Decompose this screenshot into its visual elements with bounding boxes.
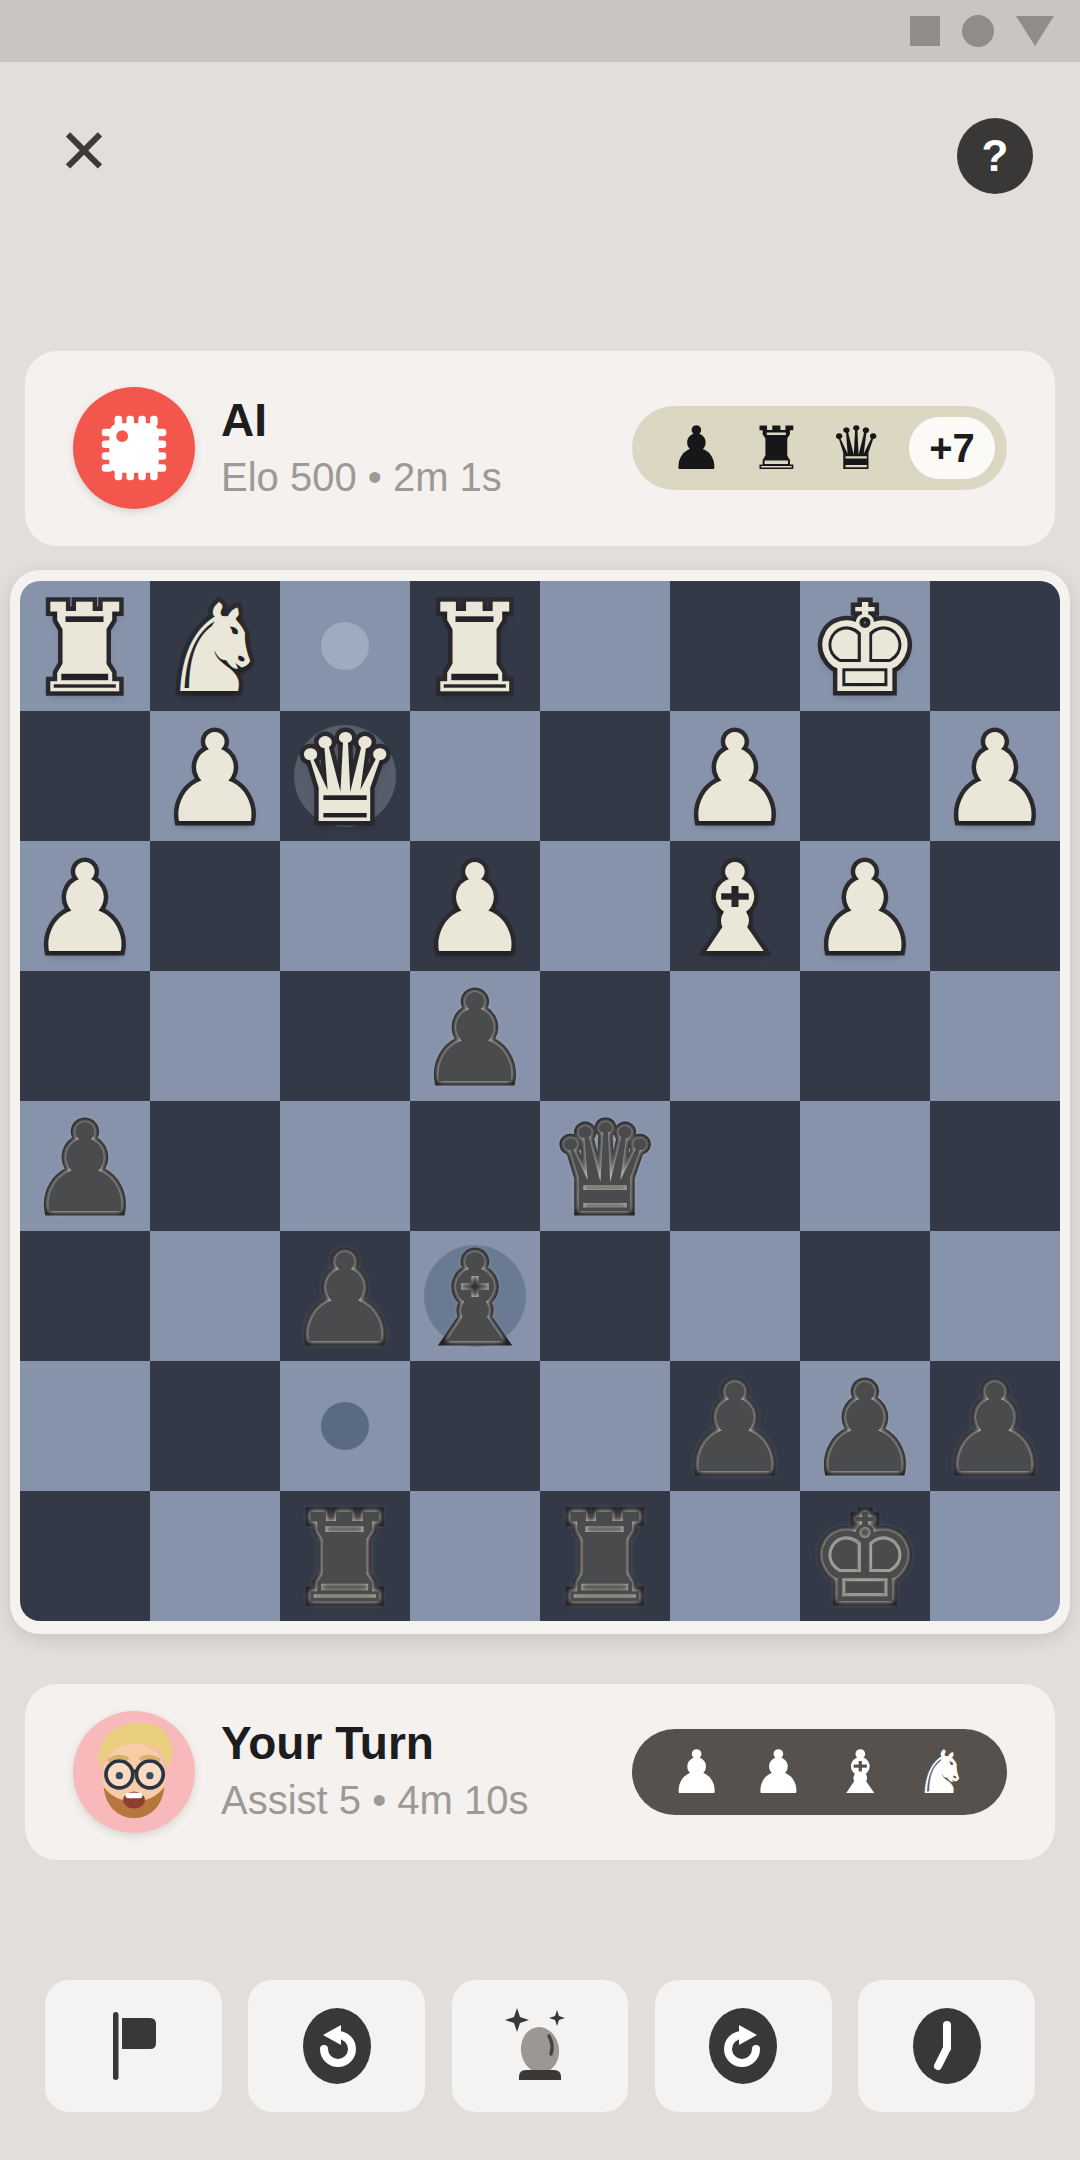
piece-white-knight[interactable]: ♞ (150, 581, 280, 711)
square-h1[interactable]: ♜ (20, 581, 150, 711)
opponent-subtitle: Elo 500 • 2m 1s (221, 455, 502, 500)
square-e5[interactable] (410, 1101, 540, 1231)
board-frame: ♜♞♜♚♟♛♟♟♟♟♝♟♟♟♛♟♝♟♟♟♜♜♚ (10, 570, 1070, 1634)
player-avatar (73, 1711, 195, 1833)
square-e2[interactable] (410, 711, 540, 841)
piece-white-rook[interactable]: ♜ (20, 581, 150, 711)
square-b4[interactable] (800, 971, 930, 1101)
square-g6[interactable] (150, 1231, 280, 1361)
square-d8[interactable]: ♜ (540, 1491, 670, 1621)
piece-white-pawn[interactable]: ♟ (670, 711, 800, 841)
square-e3[interactable]: ♟ (410, 841, 540, 971)
square-c1[interactable] (670, 581, 800, 711)
piece-white-pawn[interactable]: ♟ (410, 841, 540, 971)
piece-black-rook[interactable]: ♜ (540, 1491, 670, 1621)
piece-white-pawn[interactable]: ♟ (800, 841, 930, 971)
square-h2[interactable] (20, 711, 150, 841)
player-subtitle: Assist 5 • 4m 10s (221, 1778, 528, 1823)
square-d5[interactable]: ♛ (540, 1101, 670, 1231)
square-a7[interactable]: ♟ (930, 1361, 1060, 1491)
square-c8[interactable] (670, 1491, 800, 1621)
square-a2[interactable]: ♟ (930, 711, 1060, 841)
square-h5[interactable]: ♟ (20, 1101, 150, 1231)
captured-black-queen-icon: ♛ (829, 418, 883, 478)
square-g1[interactable]: ♞ (150, 581, 280, 711)
square-f8[interactable]: ♜ (280, 1491, 410, 1621)
square-c7[interactable]: ♟ (670, 1361, 800, 1491)
square-c4[interactable] (670, 971, 800, 1101)
square-a3[interactable] (930, 841, 1060, 971)
resign-flag-button[interactable] (45, 1980, 222, 2112)
square-f4[interactable] (280, 971, 410, 1101)
redo-icon (703, 2006, 783, 2086)
piece-white-bishop[interactable]: ♝ (670, 841, 800, 971)
square-c6[interactable] (670, 1231, 800, 1361)
square-b1[interactable]: ♚ (800, 581, 930, 711)
toolbar (45, 1980, 1035, 2112)
square-a5[interactable] (930, 1101, 1060, 1231)
clock-button[interactable] (858, 1980, 1035, 2112)
square-b7[interactable]: ♟ (800, 1361, 930, 1491)
opponent-name: AI (221, 393, 267, 447)
player-turn-label: Your Turn (221, 1716, 434, 1770)
captured-black-pawn-icon: ♟ (670, 418, 724, 478)
back-triangle-icon[interactable] (1016, 16, 1054, 46)
captured-white-pawn-icon: ♟ (670, 1742, 724, 1802)
square-h3[interactable]: ♟ (20, 841, 150, 971)
move-origin-dot-f7 (321, 1402, 369, 1450)
undo-button[interactable] (248, 1980, 425, 2112)
square-c5[interactable] (670, 1101, 800, 1231)
piece-black-rook[interactable]: ♜ (280, 1491, 410, 1621)
square-f7[interactable] (280, 1361, 410, 1491)
piece-white-king[interactable]: ♚ (800, 581, 930, 711)
square-c2[interactable]: ♟ (670, 711, 800, 841)
square-e1[interactable]: ♜ (410, 581, 540, 711)
piece-black-pawn[interactable]: ♟ (670, 1361, 800, 1491)
square-d4[interactable] (540, 971, 670, 1101)
square-g5[interactable] (150, 1101, 280, 1231)
square-h7[interactable] (20, 1361, 150, 1491)
square-g3[interactable] (150, 841, 280, 971)
crystal-ball-icon (500, 2006, 580, 2086)
square-f1[interactable] (280, 581, 410, 711)
flag-icon (93, 2006, 173, 2086)
close-button[interactable]: ✕ (52, 120, 116, 184)
square-e4[interactable]: ♟ (410, 971, 540, 1101)
square-g7[interactable] (150, 1361, 280, 1491)
captured-white-knight-icon: ♞ (915, 1742, 969, 1802)
captured-overflow-badge: +7 (909, 417, 995, 479)
piece-black-king[interactable]: ♚ (800, 1491, 930, 1621)
home-circle-icon[interactable] (962, 15, 994, 47)
piece-white-rook[interactable]: ♜ (410, 581, 540, 711)
piece-black-pawn[interactable]: ♟ (20, 1101, 150, 1231)
square-a6[interactable] (930, 1231, 1060, 1361)
square-f3[interactable] (280, 841, 410, 971)
piece-black-pawn[interactable]: ♟ (410, 971, 540, 1101)
redo-button[interactable] (655, 1980, 832, 2112)
piece-white-pawn[interactable]: ♟ (930, 711, 1060, 841)
player-card: Your Turn Assist 5 • 4m 10s ♟♟♝♞ (25, 1684, 1055, 1860)
captured-white-pawn-icon: ♟ (752, 1742, 806, 1802)
square-b5[interactable] (800, 1101, 930, 1231)
move-origin-dot-f1 (321, 622, 369, 670)
piece-black-pawn[interactable]: ♟ (930, 1361, 1060, 1491)
square-c3[interactable]: ♝ (670, 841, 800, 971)
opponent-captured-pieces: ♟♜♛ (670, 418, 883, 478)
square-f5[interactable] (280, 1101, 410, 1231)
opponent-card: AI Elo 500 • 2m 1s ♟♜♛ +7 (25, 351, 1055, 546)
piece-black-bishop[interactable]: ♝ (410, 1231, 540, 1361)
captured-black-rook-icon: ♜ (749, 418, 803, 478)
square-e8[interactable] (410, 1491, 540, 1621)
square-f2[interactable]: ♛ (280, 711, 410, 841)
square-d6[interactable] (540, 1231, 670, 1361)
square-h6[interactable] (20, 1231, 150, 1361)
piece-white-pawn[interactable]: ♟ (20, 841, 150, 971)
recents-square-icon[interactable] (910, 16, 940, 46)
opponent-avatar (73, 387, 195, 509)
status-bar (0, 0, 1080, 62)
help-button[interactable]: ? (957, 118, 1033, 194)
hint-button[interactable] (452, 1980, 629, 2112)
square-d1[interactable] (540, 581, 670, 711)
cpu-chip-icon (91, 405, 177, 491)
square-b3[interactable]: ♟ (800, 841, 930, 971)
chess-board[interactable]: ♜♞♜♚♟♛♟♟♟♟♝♟♟♟♛♟♝♟♟♟♜♜♚ (20, 581, 1060, 1621)
memoji-face-icon (73, 1711, 195, 1833)
square-a4[interactable] (930, 971, 1060, 1101)
square-g4[interactable] (150, 971, 280, 1101)
square-b2[interactable] (800, 711, 930, 841)
player-captured-tray: ♟♟♝♞ (632, 1729, 1007, 1815)
undo-icon (297, 2006, 377, 2086)
square-g2[interactable]: ♟ (150, 711, 280, 841)
clock-icon (907, 2006, 987, 2086)
square-a1[interactable] (930, 581, 1060, 711)
square-g8[interactable] (150, 1491, 280, 1621)
piece-white-queen[interactable]: ♛ (280, 711, 410, 841)
square-e6[interactable]: ♝ (410, 1231, 540, 1361)
piece-white-pawn[interactable]: ♟ (150, 711, 280, 841)
opponent-captured-tray: ♟♜♛ +7 (632, 406, 1007, 490)
piece-black-pawn[interactable]: ♟ (800, 1361, 930, 1491)
square-d7[interactable] (540, 1361, 670, 1491)
square-e7[interactable] (410, 1361, 540, 1491)
square-a8[interactable] (930, 1491, 1060, 1621)
square-h4[interactable] (20, 971, 150, 1101)
square-b8[interactable]: ♚ (800, 1491, 930, 1621)
square-b6[interactable] (800, 1231, 930, 1361)
square-f6[interactable]: ♟ (280, 1231, 410, 1361)
captured-white-bishop-icon: ♝ (833, 1742, 887, 1802)
square-d2[interactable] (540, 711, 670, 841)
square-d3[interactable] (540, 841, 670, 971)
square-h8[interactable] (20, 1491, 150, 1621)
piece-black-pawn[interactable]: ♟ (280, 1231, 410, 1361)
piece-black-queen[interactable]: ♛ (540, 1101, 670, 1231)
